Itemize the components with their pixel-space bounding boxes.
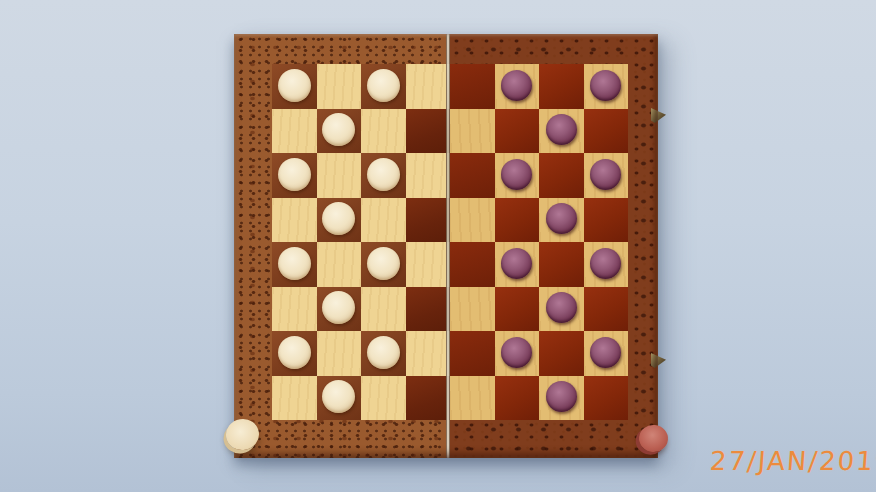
- square-r7c3[interactable]: [406, 376, 451, 421]
- cream-piece[interactable]: [367, 158, 400, 191]
- cream-piece[interactable]: [322, 291, 355, 324]
- square-r6c7[interactable]: [584, 331, 629, 376]
- square-r3c2[interactable]: [361, 198, 406, 243]
- square-r4c0[interactable]: [272, 242, 317, 287]
- cream-piece[interactable]: [278, 158, 311, 191]
- cream-piece[interactable]: [367, 247, 400, 280]
- purple-piece[interactable]: [501, 248, 532, 279]
- date-stamp: 27/JAN/2019: [709, 446, 876, 476]
- square-r7c0[interactable]: [272, 376, 317, 421]
- square-r6c6[interactable]: [539, 331, 584, 376]
- square-r7c1[interactable]: [317, 376, 362, 421]
- square-r3c6[interactable]: [539, 198, 584, 243]
- square-r3c3[interactable]: [406, 198, 451, 243]
- square-r5c6[interactable]: [539, 287, 584, 332]
- square-r7c2[interactable]: [361, 376, 406, 421]
- square-r5c0[interactable]: [272, 287, 317, 332]
- square-r4c2[interactable]: [361, 242, 406, 287]
- square-r2c1[interactable]: [317, 153, 362, 198]
- square-r4c6[interactable]: [539, 242, 584, 287]
- square-r5c7[interactable]: [584, 287, 629, 332]
- square-r0c5[interactable]: [495, 64, 540, 109]
- square-r7c4[interactable]: [450, 376, 495, 421]
- square-r6c1[interactable]: [317, 331, 362, 376]
- square-r1c0[interactable]: [272, 109, 317, 154]
- purple-piece[interactable]: [546, 292, 577, 323]
- square-r5c3[interactable]: [406, 287, 451, 332]
- cream-piece[interactable]: [367, 69, 400, 102]
- square-r0c7[interactable]: [584, 64, 629, 109]
- square-r6c0[interactable]: [272, 331, 317, 376]
- purple-piece[interactable]: [590, 248, 621, 279]
- square-r5c2[interactable]: [361, 287, 406, 332]
- square-r0c3[interactable]: [406, 64, 451, 109]
- cream-piece[interactable]: [322, 202, 355, 235]
- cream-piece[interactable]: [278, 69, 311, 102]
- square-r0c6[interactable]: [539, 64, 584, 109]
- square-r3c4[interactable]: [450, 198, 495, 243]
- square-r6c4[interactable]: [450, 331, 495, 376]
- square-r0c2[interactable]: [361, 64, 406, 109]
- cream-piece[interactable]: [278, 247, 311, 280]
- square-r7c5[interactable]: [495, 376, 540, 421]
- purple-piece[interactable]: [590, 70, 621, 101]
- square-r1c5[interactable]: [495, 109, 540, 154]
- square-r3c0[interactable]: [272, 198, 317, 243]
- square-r1c4[interactable]: [450, 109, 495, 154]
- square-r2c5[interactable]: [495, 153, 540, 198]
- square-r1c2[interactable]: [361, 109, 406, 154]
- square-r0c4[interactable]: [450, 64, 495, 109]
- square-r1c6[interactable]: [539, 109, 584, 154]
- square-r1c1[interactable]: [317, 109, 362, 154]
- purple-piece[interactable]: [590, 159, 621, 190]
- square-r3c5[interactable]: [495, 198, 540, 243]
- cream-piece[interactable]: [367, 336, 400, 369]
- square-r5c5[interactable]: [495, 287, 540, 332]
- purple-piece[interactable]: [501, 70, 532, 101]
- square-r2c0[interactable]: [272, 153, 317, 198]
- purple-piece[interactable]: [501, 159, 532, 190]
- square-r7c7[interactable]: [584, 376, 629, 421]
- square-r3c7[interactable]: [584, 198, 629, 243]
- purple-piece[interactable]: [546, 203, 577, 234]
- square-r7c6[interactable]: [539, 376, 584, 421]
- square-r4c1[interactable]: [317, 242, 362, 287]
- square-r4c3[interactable]: [406, 242, 451, 287]
- square-r5c1[interactable]: [317, 287, 362, 332]
- cream-piece[interactable]: [278, 336, 311, 369]
- board-fold-seam: [446, 34, 450, 458]
- square-r2c6[interactable]: [539, 153, 584, 198]
- square-r4c7[interactable]: [584, 242, 629, 287]
- square-r2c3[interactable]: [406, 153, 451, 198]
- square-r3c1[interactable]: [317, 198, 362, 243]
- game-board: [234, 34, 658, 458]
- square-r1c7[interactable]: [584, 109, 629, 154]
- square-r6c3[interactable]: [406, 331, 451, 376]
- square-r1c3[interactable]: [406, 109, 451, 154]
- square-r2c4[interactable]: [450, 153, 495, 198]
- square-r5c4[interactable]: [450, 287, 495, 332]
- square-r6c5[interactable]: [495, 331, 540, 376]
- square-r0c1[interactable]: [317, 64, 362, 109]
- checkers-grid: [272, 64, 628, 420]
- square-r4c4[interactable]: [450, 242, 495, 287]
- cream-piece[interactable]: [322, 380, 355, 413]
- purple-piece[interactable]: [546, 381, 577, 412]
- purple-piece[interactable]: [501, 337, 532, 368]
- square-r2c7[interactable]: [584, 153, 629, 198]
- square-r2c2[interactable]: [361, 153, 406, 198]
- purple-piece[interactable]: [546, 114, 577, 145]
- photo-background: 27/JAN/2019: [0, 0, 876, 492]
- square-r0c0[interactable]: [272, 64, 317, 109]
- cream-piece[interactable]: [322, 113, 355, 146]
- square-r4c5[interactable]: [495, 242, 540, 287]
- square-r6c2[interactable]: [361, 331, 406, 376]
- purple-piece[interactable]: [590, 337, 621, 368]
